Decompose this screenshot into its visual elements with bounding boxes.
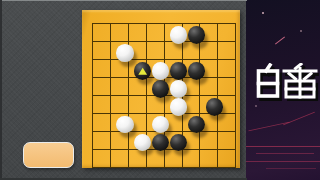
frame-top-highlight xyxy=(0,0,247,1)
frame-left-shadow xyxy=(0,0,2,180)
decor-streak xyxy=(266,168,316,169)
black-stone-c7r2 xyxy=(188,26,206,44)
black-stone-c6r4 xyxy=(170,62,188,80)
black-stone-c8r6 xyxy=(206,98,224,116)
go-board[interactable] xyxy=(82,10,240,168)
grid-line-vertical xyxy=(235,23,236,167)
white-stone-c6r5 xyxy=(170,80,188,98)
decor-streak xyxy=(256,153,314,154)
black-stone-c7r4 xyxy=(188,62,206,80)
decor-dot xyxy=(262,12,264,14)
decor-streak xyxy=(275,36,285,44)
white-stone-c3r7 xyxy=(116,116,134,134)
decor-dot xyxy=(255,105,257,107)
grid-line-vertical xyxy=(199,23,200,167)
white-stone-c6r6 xyxy=(170,98,188,116)
black-stone-c5r5 xyxy=(152,80,170,98)
white-stone-c6r2 xyxy=(170,26,188,44)
white-stone-c3r3 xyxy=(116,44,134,62)
decor-dot xyxy=(300,30,302,32)
white-stone-c5r4 xyxy=(152,62,170,80)
decor-streak xyxy=(246,146,320,147)
frame-bottom-shadow xyxy=(0,178,247,180)
app-window: 白番 xyxy=(0,0,320,180)
side-panel: 白番 xyxy=(246,0,320,180)
decor-streak xyxy=(283,112,315,126)
stone-tray-button[interactable] xyxy=(23,142,74,168)
grid-line-horizontal xyxy=(92,167,236,168)
white-to-move-label-svg xyxy=(255,63,319,101)
grid-line-vertical xyxy=(217,23,218,167)
decor-streak xyxy=(246,161,320,162)
